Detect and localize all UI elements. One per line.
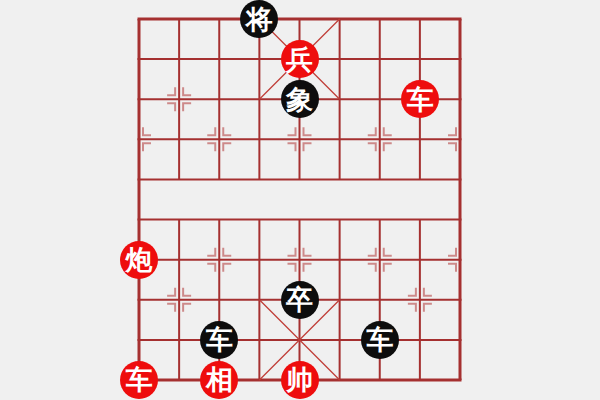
piece-red-elephant[interactable]: 相 bbox=[200, 361, 238, 399]
piece-black-chariot[interactable]: 车 bbox=[200, 321, 238, 359]
piece-black-general[interactable]: 将 bbox=[240, 0, 278, 38]
piece-red-cannon[interactable]: 炮 bbox=[120, 241, 158, 279]
piece-black-chariot[interactable]: 车 bbox=[361, 321, 399, 359]
piece-black-elephant[interactable]: 象 bbox=[281, 80, 319, 118]
xiangqi-board-grid[interactable]: 将兵象车炮卒车车车相帅 bbox=[119, 0, 480, 400]
piece-red-chariot[interactable]: 车 bbox=[120, 361, 158, 399]
page-background: 将兵象车炮卒车车车相帅 bbox=[0, 0, 600, 400]
piece-red-soldier[interactable]: 兵 bbox=[281, 40, 319, 78]
piece-red-general[interactable]: 帅 bbox=[281, 361, 319, 399]
piece-red-chariot[interactable]: 车 bbox=[401, 80, 439, 118]
piece-black-soldier[interactable]: 卒 bbox=[281, 281, 319, 319]
